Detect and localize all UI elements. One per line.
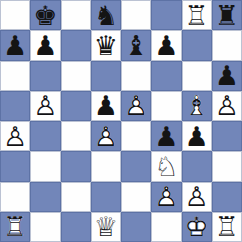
square-d3[interactable] [91, 151, 121, 181]
piece-white-pawn[interactable]: ♟ [185, 183, 209, 210]
square-e2[interactable] [121, 182, 151, 212]
chess-board: ♚♞♜♜♟♟♛♝♟♟♟♟♟♝♟♟♟♟♟♞♟♟♜♛♚♜ [0, 0, 242, 242]
square-f5[interactable] [151, 91, 181, 121]
square-e7[interactable]: ♝ [121, 30, 151, 60]
piece-black-pawn[interactable]: ♟ [3, 32, 27, 59]
square-e1[interactable] [121, 212, 151, 242]
square-a5[interactable] [0, 91, 30, 121]
square-h6[interactable]: ♟ [212, 61, 242, 91]
piece-black-pawn[interactable]: ♟ [33, 32, 57, 59]
square-a3[interactable] [0, 151, 30, 181]
piece-black-bishop[interactable]: ♝ [124, 32, 148, 59]
square-c8[interactable] [61, 0, 91, 30]
square-g6[interactable] [182, 61, 212, 91]
square-c6[interactable] [61, 61, 91, 91]
square-h3[interactable] [212, 151, 242, 181]
square-a7[interactable]: ♟ [0, 30, 30, 60]
square-f4[interactable]: ♟ [151, 121, 181, 151]
square-a1[interactable]: ♜ [0, 212, 30, 242]
square-e4[interactable] [121, 121, 151, 151]
square-d2[interactable] [91, 182, 121, 212]
square-b8[interactable]: ♚ [30, 0, 60, 30]
piece-black-queen[interactable]: ♛ [94, 32, 118, 59]
square-g8[interactable]: ♜ [182, 0, 212, 30]
square-e8[interactable] [121, 0, 151, 30]
square-f2[interactable]: ♟ [151, 182, 181, 212]
square-d1[interactable]: ♛ [91, 212, 121, 242]
square-d8[interactable]: ♞ [91, 0, 121, 30]
square-e6[interactable] [121, 61, 151, 91]
square-f6[interactable] [151, 61, 181, 91]
piece-white-rook[interactable]: ♜ [185, 2, 209, 29]
square-b1[interactable] [30, 212, 60, 242]
piece-white-king[interactable]: ♚ [185, 213, 209, 240]
square-h7[interactable] [212, 30, 242, 60]
square-b4[interactable] [30, 121, 60, 151]
square-e5[interactable]: ♟ [121, 91, 151, 121]
square-f7[interactable]: ♟ [151, 30, 181, 60]
square-d5[interactable]: ♟ [91, 91, 121, 121]
square-d6[interactable] [91, 61, 121, 91]
square-b3[interactable] [30, 151, 60, 181]
square-h4[interactable] [212, 121, 242, 151]
square-e3[interactable] [121, 151, 151, 181]
piece-white-queen[interactable]: ♛ [94, 213, 118, 240]
piece-black-pawn[interactable]: ♟ [154, 123, 178, 150]
square-a2[interactable] [0, 182, 30, 212]
square-c1[interactable] [61, 212, 91, 242]
square-a4[interactable]: ♟ [0, 121, 30, 151]
piece-white-pawn[interactable]: ♟ [124, 92, 148, 119]
square-b7[interactable]: ♟ [30, 30, 60, 60]
square-f3[interactable]: ♞ [151, 151, 181, 181]
piece-white-pawn[interactable]: ♟ [33, 92, 57, 119]
square-h2[interactable] [212, 182, 242, 212]
square-g5[interactable]: ♝ [182, 91, 212, 121]
square-c4[interactable] [61, 121, 91, 151]
square-h1[interactable]: ♜ [212, 212, 242, 242]
square-b5[interactable]: ♟ [30, 91, 60, 121]
piece-white-pawn[interactable]: ♟ [94, 123, 118, 150]
piece-white-rook[interactable]: ♜ [215, 213, 239, 240]
square-a8[interactable] [0, 0, 30, 30]
piece-white-knight[interactable]: ♞ [154, 153, 178, 180]
square-h5[interactable]: ♟ [212, 91, 242, 121]
piece-black-pawn[interactable]: ♟ [185, 123, 209, 150]
piece-black-pawn[interactable]: ♟ [154, 32, 178, 59]
square-f8[interactable] [151, 0, 181, 30]
square-g3[interactable] [182, 151, 212, 181]
square-g2[interactable]: ♟ [182, 182, 212, 212]
piece-black-pawn[interactable]: ♟ [215, 62, 239, 89]
square-c2[interactable] [61, 182, 91, 212]
piece-black-king[interactable]: ♚ [33, 2, 57, 29]
piece-black-knight[interactable]: ♞ [94, 2, 118, 29]
square-g7[interactable] [182, 30, 212, 60]
piece-white-pawn[interactable]: ♟ [215, 92, 239, 119]
square-f1[interactable] [151, 212, 181, 242]
square-c5[interactable] [61, 91, 91, 121]
square-d4[interactable]: ♟ [91, 121, 121, 151]
piece-black-rook[interactable]: ♜ [215, 2, 239, 29]
piece-white-rook[interactable]: ♜ [3, 213, 27, 240]
square-g4[interactable]: ♟ [182, 121, 212, 151]
square-a6[interactable] [0, 61, 30, 91]
square-g1[interactable]: ♚ [182, 212, 212, 242]
piece-white-bishop[interactable]: ♝ [185, 92, 209, 119]
square-b6[interactable] [30, 61, 60, 91]
square-d7[interactable]: ♛ [91, 30, 121, 60]
square-b2[interactable] [30, 182, 60, 212]
square-h8[interactable]: ♜ [212, 0, 242, 30]
square-c3[interactable] [61, 151, 91, 181]
piece-white-pawn[interactable]: ♟ [154, 183, 178, 210]
piece-white-pawn[interactable]: ♟ [3, 123, 27, 150]
piece-black-pawn[interactable]: ♟ [94, 92, 118, 119]
square-c7[interactable] [61, 30, 91, 60]
